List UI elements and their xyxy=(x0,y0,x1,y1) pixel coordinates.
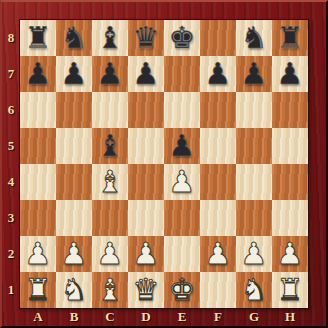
square-c6[interactable] xyxy=(92,92,128,128)
square-a8[interactable]: ♜ xyxy=(20,20,56,56)
chess-board-frame: 87654321 ABCDEFGH ♜♞♝♛♚♞♜♟♟♟♟♟♟♟♝♟♝♟♟♟♟♟… xyxy=(0,0,328,328)
square-b4[interactable] xyxy=(56,164,92,200)
rank-label-2: 2 xyxy=(2,236,20,272)
white-king[interactable]: ♚ xyxy=(169,272,196,308)
square-a7[interactable]: ♟ xyxy=(20,56,56,92)
square-e1[interactable]: ♚ xyxy=(164,272,200,308)
square-a4[interactable] xyxy=(20,164,56,200)
square-g4[interactable] xyxy=(236,164,272,200)
square-d5[interactable] xyxy=(128,128,164,164)
square-a1[interactable]: ♜ xyxy=(20,272,56,308)
rank-label-6: 6 xyxy=(2,92,20,128)
white-pawn[interactable]: ♟ xyxy=(169,164,196,200)
white-pawn[interactable]: ♟ xyxy=(241,236,268,272)
rank-label-8: 8 xyxy=(2,20,20,56)
square-f3[interactable] xyxy=(200,200,236,236)
square-e4[interactable]: ♟ xyxy=(164,164,200,200)
black-bishop[interactable]: ♝ xyxy=(97,20,124,56)
black-pawn[interactable]: ♟ xyxy=(241,56,268,92)
square-a6[interactable] xyxy=(20,92,56,128)
chess-board: ♜♞♝♛♚♞♜♟♟♟♟♟♟♟♝♟♝♟♟♟♟♟♟♟♟♜♞♝♛♚♞♜ xyxy=(20,20,308,308)
square-b6[interactable] xyxy=(56,92,92,128)
square-b2[interactable]: ♟ xyxy=(56,236,92,272)
square-a5[interactable] xyxy=(20,128,56,164)
file-labels: ABCDEFGH xyxy=(20,308,308,326)
square-h1[interactable]: ♜ xyxy=(272,272,308,308)
square-b1[interactable]: ♞ xyxy=(56,272,92,308)
file-label-d: D xyxy=(128,308,164,326)
square-d6[interactable] xyxy=(128,92,164,128)
square-g1[interactable]: ♞ xyxy=(236,272,272,308)
square-e5[interactable]: ♟ xyxy=(164,128,200,164)
white-knight[interactable]: ♞ xyxy=(241,272,268,308)
square-g6[interactable] xyxy=(236,92,272,128)
square-h4[interactable] xyxy=(272,164,308,200)
square-c1[interactable]: ♝ xyxy=(92,272,128,308)
square-b7[interactable]: ♟ xyxy=(56,56,92,92)
square-d1[interactable]: ♛ xyxy=(128,272,164,308)
square-d4[interactable] xyxy=(128,164,164,200)
file-label-a: A xyxy=(20,308,56,326)
square-d3[interactable] xyxy=(128,200,164,236)
black-pawn[interactable]: ♟ xyxy=(169,128,196,164)
black-queen[interactable]: ♛ xyxy=(133,20,160,56)
square-d2[interactable]: ♟ xyxy=(128,236,164,272)
white-rook[interactable]: ♜ xyxy=(277,272,304,308)
black-pawn[interactable]: ♟ xyxy=(97,56,124,92)
rank-label-7: 7 xyxy=(2,56,20,92)
square-h8[interactable]: ♜ xyxy=(272,20,308,56)
black-knight[interactable]: ♞ xyxy=(61,20,88,56)
square-h6[interactable] xyxy=(272,92,308,128)
black-knight[interactable]: ♞ xyxy=(241,20,268,56)
file-label-f: F xyxy=(200,308,236,326)
black-rook[interactable]: ♜ xyxy=(25,20,52,56)
square-g5[interactable] xyxy=(236,128,272,164)
rank-label-3: 3 xyxy=(2,200,20,236)
white-rook[interactable]: ♜ xyxy=(25,272,52,308)
white-pawn[interactable]: ♟ xyxy=(133,236,160,272)
black-pawn[interactable]: ♟ xyxy=(61,56,88,92)
square-e3[interactable] xyxy=(164,200,200,236)
black-pawn[interactable]: ♟ xyxy=(205,56,232,92)
square-a3[interactable] xyxy=(20,200,56,236)
white-pawn[interactable]: ♟ xyxy=(205,236,232,272)
square-a2[interactable]: ♟ xyxy=(20,236,56,272)
file-label-e: E xyxy=(164,308,200,326)
square-f4[interactable] xyxy=(200,164,236,200)
white-bishop[interactable]: ♝ xyxy=(97,272,124,308)
black-pawn[interactable]: ♟ xyxy=(25,56,52,92)
square-g2[interactable]: ♟ xyxy=(236,236,272,272)
square-c5[interactable]: ♝ xyxy=(92,128,128,164)
square-f5[interactable] xyxy=(200,128,236,164)
square-c3[interactable] xyxy=(92,200,128,236)
rank-label-5: 5 xyxy=(2,128,20,164)
white-queen[interactable]: ♛ xyxy=(133,272,160,308)
square-f7[interactable]: ♟ xyxy=(200,56,236,92)
file-label-h: H xyxy=(272,308,308,326)
square-e2[interactable] xyxy=(164,236,200,272)
square-c2[interactable]: ♟ xyxy=(92,236,128,272)
square-c4[interactable]: ♝ xyxy=(92,164,128,200)
file-label-g: G xyxy=(236,308,272,326)
white-pawn[interactable]: ♟ xyxy=(25,236,52,272)
black-bishop[interactable]: ♝ xyxy=(97,128,124,164)
rank-labels: 87654321 xyxy=(2,20,20,308)
square-e7[interactable] xyxy=(164,56,200,92)
square-f6[interactable] xyxy=(200,92,236,128)
square-d7[interactable]: ♟ xyxy=(128,56,164,92)
file-label-c: C xyxy=(92,308,128,326)
white-pawn[interactable]: ♟ xyxy=(277,236,304,272)
square-e8[interactable]: ♚ xyxy=(164,20,200,56)
black-pawn[interactable]: ♟ xyxy=(133,56,160,92)
square-b3[interactable] xyxy=(56,200,92,236)
square-d8[interactable]: ♛ xyxy=(128,20,164,56)
white-pawn[interactable]: ♟ xyxy=(97,236,124,272)
square-c8[interactable]: ♝ xyxy=(92,20,128,56)
square-h3[interactable] xyxy=(272,200,308,236)
square-f1[interactable] xyxy=(200,272,236,308)
square-e6[interactable] xyxy=(164,92,200,128)
square-f2[interactable]: ♟ xyxy=(200,236,236,272)
square-h5[interactable] xyxy=(272,128,308,164)
square-b5[interactable] xyxy=(56,128,92,164)
black-king[interactable]: ♚ xyxy=(169,20,196,56)
file-label-b: B xyxy=(56,308,92,326)
square-g8[interactable]: ♞ xyxy=(236,20,272,56)
rank-label-4: 4 xyxy=(2,164,20,200)
square-b8[interactable]: ♞ xyxy=(56,20,92,56)
rank-label-1: 1 xyxy=(2,272,20,308)
square-h7[interactable]: ♟ xyxy=(272,56,308,92)
white-bishop[interactable]: ♝ xyxy=(97,164,124,200)
black-rook[interactable]: ♜ xyxy=(277,20,304,56)
square-g7[interactable]: ♟ xyxy=(236,56,272,92)
white-knight[interactable]: ♞ xyxy=(61,272,88,308)
square-h2[interactable]: ♟ xyxy=(272,236,308,272)
square-f8[interactable] xyxy=(200,20,236,56)
square-c7[interactable]: ♟ xyxy=(92,56,128,92)
black-pawn[interactable]: ♟ xyxy=(277,56,304,92)
white-pawn[interactable]: ♟ xyxy=(61,236,88,272)
square-g3[interactable] xyxy=(236,200,272,236)
